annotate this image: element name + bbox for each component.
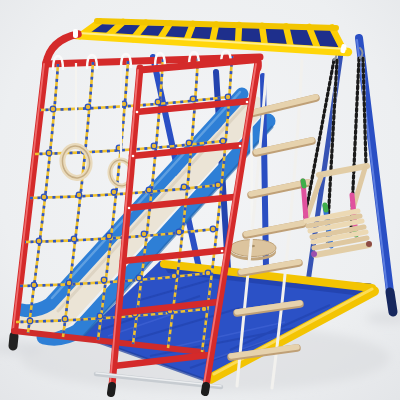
ladder-foot-left — [111, 386, 112, 393]
ladder-foot-right — [205, 386, 206, 392]
product-photo: Children's indoor play gym (sports compl… — [0, 0, 400, 400]
left-leg-foot — [13, 336, 14, 346]
leg-foot — [390, 292, 393, 312]
play-gym-illustration — [0, 0, 400, 400]
